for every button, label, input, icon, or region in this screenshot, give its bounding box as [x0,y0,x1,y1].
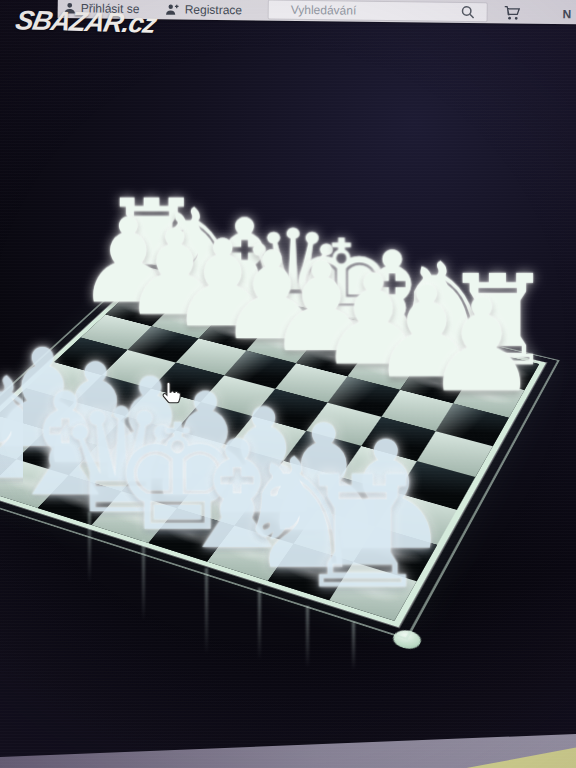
screenshot-root: ♜♞♝♛♚♝♞♜♟♟♟♟♟♟♟♟♟♟♟♟♟♟♟♟♜♞♝♛♚♝♞♜ Přihlás… [0,0,576,768]
cart-icon [504,5,521,20]
glass-reflection-streak [352,622,355,670]
user-plus-icon [166,3,180,15]
chess-board: ♜♞♝♛♚♝♞♜♟♟♟♟♟♟♟♟♟♟♟♟♟♟♟♟♜♞♝♛♚♝♞♜ [0,268,546,627]
glass-reflection-streak [142,540,145,622]
nav-more-truncated[interactable]: N [563,7,572,21]
glass-reflection-streak [88,512,91,584]
register-button[interactable]: Registrace [166,2,243,17]
search-icon[interactable] [461,5,475,22]
register-label: Registrace [185,3,243,18]
search-placeholder: Vyhledávání [291,3,357,18]
board-square: ♜ [330,562,417,621]
glass-corner-ball [390,627,425,652]
glass-reflection-streak [205,568,208,654]
glass-reflection-streak [306,606,309,668]
listing-photo[interactable]: ♜♞♝♛♚♝♞♜♟♟♟♟♟♟♟♟♟♟♟♟♟♟♟♟♜♞♝♛♚♝♞♜ [0,0,576,768]
board-square: ♟ [454,377,525,418]
search-input[interactable]: Vyhledávání [268,0,488,22]
glass-reflection-streak [258,588,261,660]
clear-rook-piece: ♜ [293,456,431,610]
cart-button[interactable] [504,5,521,20]
nav-more-label: N [563,7,572,21]
frosted-pawn-piece: ♟ [424,281,539,409]
site-logo[interactable]: SBAZAR.cz [13,5,159,39]
